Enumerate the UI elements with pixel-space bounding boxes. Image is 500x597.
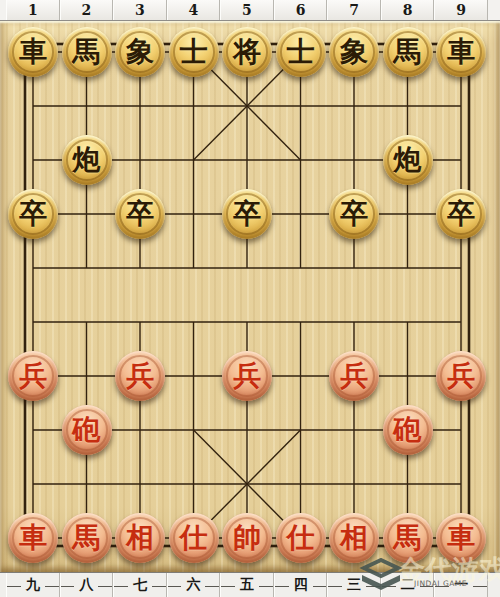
piece-black-advisor[interactable]: 士	[276, 27, 326, 77]
bottom-coordinate-strip: 九八七六五四三二一	[0, 572, 500, 597]
piece-red-elephant[interactable]: 相	[115, 513, 165, 563]
piece-red-soldier[interactable]: 兵	[436, 351, 486, 401]
piece-red-chariot[interactable]: 車	[8, 513, 58, 563]
file-label-bottom: 一	[434, 573, 488, 597]
board-grid	[0, 21, 500, 572]
file-label-bottom: 六	[167, 573, 221, 597]
piece-black-soldier[interactable]: 卒	[436, 189, 486, 239]
piece-black-advisor[interactable]: 士	[169, 27, 219, 77]
file-label-bottom: 二	[381, 573, 435, 597]
file-label-bottom: 三	[327, 573, 381, 597]
piece-red-advisor[interactable]: 仕	[276, 513, 326, 563]
file-label-top: 9	[434, 0, 488, 20]
piece-red-elephant[interactable]: 相	[329, 513, 379, 563]
file-label-top: 3	[113, 0, 167, 20]
piece-black-elephant[interactable]: 象	[115, 27, 165, 77]
piece-red-advisor[interactable]: 仕	[169, 513, 219, 563]
top-coordinate-strip: 123456789	[0, 0, 500, 21]
piece-red-soldier[interactable]: 兵	[115, 351, 165, 401]
piece-black-chariot[interactable]: 車	[436, 27, 486, 77]
piece-black-cannon[interactable]: 炮	[62, 135, 112, 185]
xiangqi-board[interactable]: 車馬象士将士象馬車炮炮卒卒卒卒卒兵兵兵兵兵砲砲車馬相仕帥仕相馬車	[0, 21, 500, 572]
piece-black-general[interactable]: 将	[222, 27, 272, 77]
file-label-top: 5	[220, 0, 274, 20]
xiangqi-app: 123456789 車馬象士将士象馬車炮炮卒卒卒卒卒兵兵兵兵兵砲砲車馬相仕帥仕相…	[0, 0, 500, 597]
piece-black-cannon[interactable]: 炮	[383, 135, 433, 185]
piece-black-soldier[interactable]: 卒	[222, 189, 272, 239]
bottom-file-labels: 九八七六五四三二一	[6, 573, 488, 597]
file-label-top: 6	[274, 0, 328, 20]
file-label-bottom: 七	[113, 573, 167, 597]
piece-red-soldier[interactable]: 兵	[329, 351, 379, 401]
file-label-top: 4	[167, 0, 221, 20]
file-label-bottom: 九	[6, 573, 60, 597]
piece-red-soldier[interactable]: 兵	[222, 351, 272, 401]
piece-red-horse[interactable]: 馬	[62, 513, 112, 563]
piece-red-horse[interactable]: 馬	[383, 513, 433, 563]
piece-black-elephant[interactable]: 象	[329, 27, 379, 77]
piece-red-chariot[interactable]: 車	[436, 513, 486, 563]
piece-black-horse[interactable]: 馬	[62, 27, 112, 77]
file-label-top: 2	[60, 0, 114, 20]
file-label-top: 8	[381, 0, 435, 20]
file-label-bottom: 八	[60, 573, 114, 597]
top-file-labels: 123456789	[6, 0, 488, 20]
piece-black-chariot[interactable]: 車	[8, 27, 58, 77]
piece-black-soldier[interactable]: 卒	[329, 189, 379, 239]
piece-red-cannon[interactable]: 砲	[383, 405, 433, 455]
file-label-bottom: 四	[274, 573, 328, 597]
piece-black-soldier[interactable]: 卒	[8, 189, 58, 239]
piece-black-soldier[interactable]: 卒	[115, 189, 165, 239]
file-label-top: 1	[6, 0, 60, 20]
piece-black-horse[interactable]: 馬	[383, 27, 433, 77]
piece-red-general[interactable]: 帥	[222, 513, 272, 563]
piece-red-soldier[interactable]: 兵	[8, 351, 58, 401]
file-label-bottom: 五	[220, 573, 274, 597]
file-label-top: 7	[327, 0, 381, 20]
piece-red-cannon[interactable]: 砲	[62, 405, 112, 455]
